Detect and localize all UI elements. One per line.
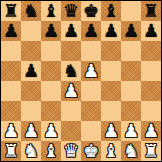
square-g4[interactable]	[121, 81, 141, 101]
square-b3[interactable]	[21, 101, 41, 121]
square-d3[interactable]	[61, 101, 81, 121]
square-e7[interactable]: ♟	[81, 21, 101, 41]
piece-black-pawn: ♟	[123, 21, 139, 41]
square-d7[interactable]: ♟	[61, 21, 81, 41]
piece-black-pawn: ♟	[63, 21, 79, 41]
square-e6[interactable]	[81, 41, 101, 61]
square-e2[interactable]	[81, 121, 101, 141]
square-a1[interactable]: ♜	[1, 141, 21, 161]
piece-black-pawn: ♟	[143, 21, 159, 41]
square-a6[interactable]	[1, 41, 21, 61]
piece-black-pawn: ♟	[83, 21, 99, 41]
square-f8[interactable]: ♝	[101, 1, 121, 21]
square-g3[interactable]	[121, 101, 141, 121]
square-e1[interactable]: ♚	[81, 141, 101, 161]
piece-black-pawn: ♟	[3, 21, 19, 41]
square-g1[interactable]: ♞	[121, 141, 141, 161]
piece-white-queen: ♛	[63, 141, 79, 161]
piece-black-pawn: ♟	[23, 61, 39, 81]
square-a8[interactable]: ♜	[1, 1, 21, 21]
square-f3[interactable]	[101, 101, 121, 121]
square-f1[interactable]: ♝	[101, 141, 121, 161]
square-c6[interactable]	[41, 41, 61, 61]
piece-white-pawn: ♟	[83, 61, 99, 81]
square-b1[interactable]: ♞	[21, 141, 41, 161]
square-a4[interactable]	[1, 81, 21, 101]
piece-black-rook: ♜	[143, 1, 159, 21]
square-f2[interactable]: ♟	[101, 121, 121, 141]
square-d5[interactable]: ♞	[61, 61, 81, 81]
piece-black-queen: ♛	[63, 1, 79, 21]
square-g2[interactable]: ♟	[121, 121, 141, 141]
square-f5[interactable]	[101, 61, 121, 81]
piece-black-pawn: ♟	[103, 21, 119, 41]
square-f6[interactable]	[101, 41, 121, 61]
piece-white-king: ♚	[83, 141, 99, 161]
square-h2[interactable]: ♟	[141, 121, 161, 141]
square-b7[interactable]	[21, 21, 41, 41]
piece-white-pawn: ♟	[143, 121, 159, 141]
square-c8[interactable]: ♝	[41, 1, 61, 21]
piece-black-bishop: ♝	[43, 1, 59, 21]
piece-white-pawn: ♟	[123, 121, 139, 141]
piece-black-king: ♚	[83, 1, 99, 21]
piece-white-knight: ♞	[123, 141, 139, 161]
square-b5[interactable]: ♟	[21, 61, 41, 81]
piece-black-knight: ♞	[63, 61, 79, 81]
square-d6[interactable]	[61, 41, 81, 61]
piece-white-pawn: ♟	[3, 121, 19, 141]
square-d1[interactable]: ♛	[61, 141, 81, 161]
piece-white-pawn: ♟	[43, 121, 59, 141]
square-b4[interactable]	[21, 81, 41, 101]
square-b2[interactable]: ♟	[21, 121, 41, 141]
piece-white-pawn: ♟	[23, 121, 39, 141]
square-g7[interactable]: ♟	[121, 21, 141, 41]
square-c7[interactable]: ♟	[41, 21, 61, 41]
piece-white-rook: ♜	[143, 141, 159, 161]
square-c2[interactable]: ♟	[41, 121, 61, 141]
square-h3[interactable]	[141, 101, 161, 121]
piece-white-bishop: ♝	[103, 141, 119, 161]
square-g8[interactable]	[121, 1, 141, 21]
piece-white-rook: ♜	[3, 141, 19, 161]
square-a2[interactable]: ♟	[1, 121, 21, 141]
piece-black-knight: ♞	[23, 1, 39, 21]
square-c5[interactable]	[41, 61, 61, 81]
piece-black-bishop: ♝	[103, 1, 119, 21]
piece-white-pawn: ♟	[103, 121, 119, 141]
square-e8[interactable]: ♚	[81, 1, 101, 21]
square-f7[interactable]: ♟	[101, 21, 121, 41]
square-d4[interactable]: ♟	[61, 81, 81, 101]
square-b8[interactable]: ♞	[21, 1, 41, 21]
square-a5[interactable]	[1, 61, 21, 81]
square-a7[interactable]: ♟	[1, 21, 21, 41]
chess-board: ♜♞♝♛♚♝♜♟♟♟♟♟♟♟♟♞♟♟♟♟♟♟♟♟♜♞♝♛♚♝♞♜	[0, 0, 162, 162]
square-h5[interactable]	[141, 61, 161, 81]
piece-white-knight: ♞	[23, 141, 39, 161]
square-e5[interactable]: ♟	[81, 61, 101, 81]
square-g5[interactable]	[121, 61, 141, 81]
square-h4[interactable]	[141, 81, 161, 101]
piece-black-rook: ♜	[3, 1, 19, 21]
piece-white-bishop: ♝	[43, 141, 59, 161]
square-f4[interactable]	[101, 81, 121, 101]
square-a3[interactable]	[1, 101, 21, 121]
square-h1[interactable]: ♜	[141, 141, 161, 161]
square-h7[interactable]: ♟	[141, 21, 161, 41]
square-d8[interactable]: ♛	[61, 1, 81, 21]
square-g6[interactable]	[121, 41, 141, 61]
square-c1[interactable]: ♝	[41, 141, 61, 161]
square-h6[interactable]	[141, 41, 161, 61]
square-e3[interactable]	[81, 101, 101, 121]
square-b6[interactable]	[21, 41, 41, 61]
square-h8[interactable]: ♜	[141, 1, 161, 21]
piece-black-pawn: ♟	[43, 21, 59, 41]
square-c4[interactable]	[41, 81, 61, 101]
square-e4[interactable]	[81, 81, 101, 101]
piece-white-pawn: ♟	[63, 81, 79, 101]
square-c3[interactable]	[41, 101, 61, 121]
square-d2[interactable]	[61, 121, 81, 141]
